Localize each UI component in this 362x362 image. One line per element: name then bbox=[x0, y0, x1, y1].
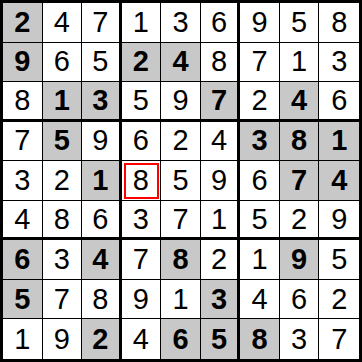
cell-r1c5[interactable]: 3 bbox=[161, 3, 201, 43]
cell-r5c3[interactable]: 1 bbox=[82, 161, 122, 201]
cell-r8c6[interactable]: 3 bbox=[201, 280, 241, 320]
cell-r1c6[interactable]: 6 bbox=[201, 3, 241, 43]
cell-r5c5[interactable]: 5 bbox=[161, 161, 201, 201]
cell-r9c1[interactable]: 1 bbox=[3, 319, 43, 359]
cell-r7c1[interactable]: 6 bbox=[3, 240, 43, 280]
cell-r6c7[interactable]: 5 bbox=[240, 201, 280, 241]
cell-r8c4[interactable]: 9 bbox=[122, 280, 162, 320]
cell-r4c5[interactable]: 2 bbox=[161, 122, 201, 162]
cell-r9c2[interactable]: 9 bbox=[43, 319, 83, 359]
cell-r2c8[interactable]: 1 bbox=[280, 43, 320, 83]
cell-r9c7[interactable]: 8 bbox=[240, 319, 280, 359]
cell-r2c4[interactable]: 2 bbox=[122, 43, 162, 83]
cell-r8c8[interactable]: 6 bbox=[280, 280, 320, 320]
cell-r6c2[interactable]: 8 bbox=[43, 201, 83, 241]
cell-r7c4[interactable]: 7 bbox=[122, 240, 162, 280]
cell-r6c9[interactable]: 9 bbox=[319, 201, 359, 241]
cell-r7c8[interactable]: 9 bbox=[280, 240, 320, 280]
cell-r2c7[interactable]: 7 bbox=[240, 43, 280, 83]
cell-r4c2[interactable]: 5 bbox=[43, 122, 83, 162]
cell-r5c2[interactable]: 2 bbox=[43, 161, 83, 201]
cell-r5c9[interactable]: 4 bbox=[319, 161, 359, 201]
cell-r6c1[interactable]: 4 bbox=[3, 201, 43, 241]
cell-r4c1[interactable]: 7 bbox=[3, 122, 43, 162]
cell-r6c5[interactable]: 7 bbox=[161, 201, 201, 241]
cell-r9c6[interactable]: 5 bbox=[201, 319, 241, 359]
cell-r4c3[interactable]: 9 bbox=[82, 122, 122, 162]
cell-r9c3[interactable]: 2 bbox=[82, 319, 122, 359]
cell-r6c8[interactable]: 2 bbox=[280, 201, 320, 241]
cell-r9c8[interactable]: 3 bbox=[280, 319, 320, 359]
cell-r3c1[interactable]: 8 bbox=[3, 82, 43, 122]
cell-r1c1[interactable]: 2 bbox=[3, 3, 43, 43]
cell-r7c5[interactable]: 8 bbox=[161, 240, 201, 280]
cell-r3c2[interactable]: 1 bbox=[43, 82, 83, 122]
cell-r5c8[interactable]: 7 bbox=[280, 161, 320, 201]
cell-r1c9[interactable]: 8 bbox=[319, 3, 359, 43]
cell-r4c6[interactable]: 4 bbox=[201, 122, 241, 162]
cell-r6c4[interactable]: 3 bbox=[122, 201, 162, 241]
cell-r7c9[interactable]: 5 bbox=[319, 240, 359, 280]
cell-r8c2[interactable]: 7 bbox=[43, 280, 83, 320]
cell-r3c3[interactable]: 3 bbox=[82, 82, 122, 122]
cell-r3c8[interactable]: 4 bbox=[280, 82, 320, 122]
cell-r3c7[interactable]: 2 bbox=[240, 82, 280, 122]
cell-r1c3[interactable]: 7 bbox=[82, 3, 122, 43]
cell-r4c4[interactable]: 6 bbox=[122, 122, 162, 162]
cell-r7c2[interactable]: 3 bbox=[43, 240, 83, 280]
cell-r3c5[interactable]: 9 bbox=[161, 82, 201, 122]
cell-r4c8[interactable]: 8 bbox=[280, 122, 320, 162]
cell-r2c5[interactable]: 4 bbox=[161, 43, 201, 83]
cell-r7c6[interactable]: 2 bbox=[201, 240, 241, 280]
cell-r2c2[interactable]: 6 bbox=[43, 43, 83, 83]
cell-r5c6[interactable]: 9 bbox=[201, 161, 241, 201]
cell-r6c6[interactable]: 1 bbox=[201, 201, 241, 241]
cell-r2c3[interactable]: 5 bbox=[82, 43, 122, 83]
cell-r5c7[interactable]: 6 bbox=[240, 161, 280, 201]
cell-r2c9[interactable]: 3 bbox=[319, 43, 359, 83]
cell-r4c9[interactable]: 1 bbox=[319, 122, 359, 162]
cell-r8c9[interactable]: 2 bbox=[319, 280, 359, 320]
cell-r5c1[interactable]: 3 bbox=[3, 161, 43, 201]
cell-r4c7[interactable]: 3 bbox=[240, 122, 280, 162]
cell-r2c6[interactable]: 8 bbox=[201, 43, 241, 83]
cell-r5c4[interactable]: 8 bbox=[122, 161, 162, 201]
cell-r8c3[interactable]: 8 bbox=[82, 280, 122, 320]
cell-r8c5[interactable]: 1 bbox=[161, 280, 201, 320]
cell-r3c4[interactable]: 5 bbox=[122, 82, 162, 122]
cell-r8c1[interactable]: 5 bbox=[3, 280, 43, 320]
cell-r8c7[interactable]: 4 bbox=[240, 280, 280, 320]
cell-r7c3[interactable]: 4 bbox=[82, 240, 122, 280]
cell-r7c7[interactable]: 1 bbox=[240, 240, 280, 280]
sudoku-board: 2471369589652487138135972467596243813218… bbox=[0, 0, 362, 362]
cell-r9c4[interactable]: 4 bbox=[122, 319, 162, 359]
cell-r1c2[interactable]: 4 bbox=[43, 3, 83, 43]
cell-r2c1[interactable]: 9 bbox=[3, 43, 43, 83]
cell-r1c7[interactable]: 9 bbox=[240, 3, 280, 43]
cell-r3c6[interactable]: 7 bbox=[201, 82, 241, 122]
cell-r1c8[interactable]: 5 bbox=[280, 3, 320, 43]
cell-r9c5[interactable]: 6 bbox=[161, 319, 201, 359]
cell-r6c3[interactable]: 6 bbox=[82, 201, 122, 241]
cell-r9c9[interactable]: 7 bbox=[319, 319, 359, 359]
cell-r1c4[interactable]: 1 bbox=[122, 3, 162, 43]
cell-r3c9[interactable]: 6 bbox=[319, 82, 359, 122]
